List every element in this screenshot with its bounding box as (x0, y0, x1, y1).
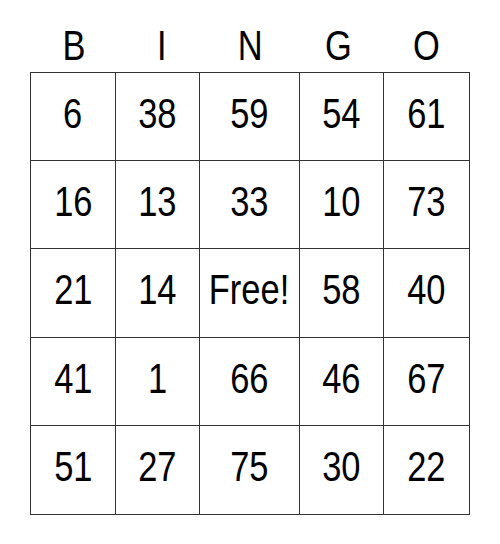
bingo-cell-r3c4[interactable]: 58 (300, 249, 385, 337)
cell-value: 67 (407, 358, 445, 400)
bingo-cell-r1c4[interactable]: 54 (300, 73, 385, 161)
bingo-cell-r4c1[interactable]: 41 (31, 338, 116, 426)
cell-value: 59 (230, 93, 268, 135)
bingo-cell-r2c4[interactable]: 10 (300, 161, 385, 249)
bingo-cell-r5c1[interactable]: 51 (31, 426, 116, 514)
bingo-board: 6 38 59 54 61 16 13 33 10 73 21 14 Free!… (30, 72, 470, 515)
cell-value: 33 (230, 181, 268, 223)
bingo-cell-r1c1[interactable]: 6 (31, 73, 116, 161)
cell-value: 51 (54, 446, 92, 488)
cell-value: 73 (407, 181, 445, 223)
cell-value: 75 (230, 446, 268, 488)
header-letter-i: I (118, 0, 206, 72)
cell-value: 41 (54, 358, 92, 400)
bingo-cell-r5c3[interactable]: 75 (200, 426, 299, 514)
cell-value: 27 (138, 446, 176, 488)
bingo-cell-r3c5[interactable]: 40 (384, 249, 469, 337)
bingo-cell-r5c2[interactable]: 27 (116, 426, 201, 514)
bingo-header: B I N G O (30, 0, 470, 72)
cell-value: 14 (138, 269, 176, 311)
bingo-cell-r1c5[interactable]: 61 (384, 73, 469, 161)
cell-value: 66 (230, 358, 268, 400)
cell-value: 38 (138, 93, 176, 135)
cell-value: 58 (322, 269, 360, 311)
header-letter-label: B (63, 25, 86, 67)
bingo-cell-r5c5[interactable]: 22 (384, 426, 469, 514)
cell-value: 10 (322, 181, 360, 223)
bingo-cell-r5c4[interactable]: 30 (300, 426, 385, 514)
header-letter-n: N (206, 0, 294, 72)
cell-value: 61 (407, 93, 445, 135)
header-letter-b: B (30, 0, 118, 72)
bingo-cell-r2c2[interactable]: 13 (116, 161, 201, 249)
bingo-cell-r1c2[interactable]: 38 (116, 73, 201, 161)
bingo-cell-r3c1[interactable]: 21 (31, 249, 116, 337)
bingo-cell-r2c1[interactable]: 16 (31, 161, 116, 249)
cell-value: 6 (63, 93, 82, 135)
cell-value: 1 (148, 358, 167, 400)
cell-value: 16 (54, 181, 92, 223)
header-letter-label: N (238, 25, 263, 67)
cell-value: 54 (322, 93, 360, 135)
bingo-cell-r3c2[interactable]: 14 (116, 249, 201, 337)
header-letter-o: O (382, 0, 470, 72)
bingo-cell-r2c5[interactable]: 73 (384, 161, 469, 249)
cell-value: 30 (322, 446, 360, 488)
cell-value: Free! (209, 269, 289, 311)
bingo-cell-r4c2[interactable]: 1 (116, 338, 201, 426)
bingo-cell-r1c3[interactable]: 59 (200, 73, 299, 161)
bingo-cell-free[interactable]: Free! (200, 249, 299, 337)
header-letter-label: I (157, 25, 167, 67)
bingo-cell-r4c3[interactable]: 66 (200, 338, 299, 426)
cell-value: 13 (138, 181, 176, 223)
header-letter-label: G (325, 25, 352, 67)
cell-value: 22 (407, 446, 445, 488)
bingo-card: B I N G O 6 38 59 54 61 16 13 33 10 73 2… (0, 0, 500, 544)
bingo-cell-r4c4[interactable]: 46 (300, 338, 385, 426)
cell-value: 40 (407, 269, 445, 311)
bingo-cell-r4c5[interactable]: 67 (384, 338, 469, 426)
header-letter-g: G (294, 0, 382, 72)
cell-value: 21 (54, 269, 92, 311)
header-letter-label: O (413, 25, 440, 67)
bingo-cell-r2c3[interactable]: 33 (200, 161, 299, 249)
cell-value: 46 (322, 358, 360, 400)
